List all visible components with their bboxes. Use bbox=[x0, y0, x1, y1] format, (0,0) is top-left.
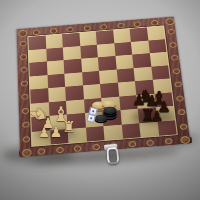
die-pip bbox=[92, 109, 94, 111]
dark-checker-disc bbox=[104, 107, 117, 114]
die-pip bbox=[90, 116, 92, 118]
white-pawn: ♟ bbox=[50, 125, 63, 139]
pieces-layer: ♟♞♟♝♟♜♟♟♞♟♝♟♜♟ bbox=[0, 0, 200, 200]
die bbox=[86, 113, 95, 122]
product-photo-stage: ♟♞♟♝♟♜♟♟♞♟♝♟♜♟ bbox=[0, 0, 200, 200]
white-rook: ♜ bbox=[62, 120, 75, 135]
white-pawn: ♟ bbox=[38, 126, 50, 139]
dark-checker-disc bbox=[95, 115, 108, 122]
black-pawn: ♟ bbox=[151, 109, 164, 123]
